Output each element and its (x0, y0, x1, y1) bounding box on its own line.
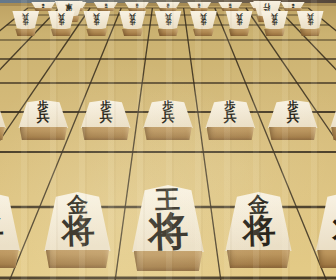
shogi-board-photo: 香車桂馬銀将金将玉将金将銀将桂馬香車飛車角行歩兵歩兵歩兵歩兵歩兵歩兵歩兵歩兵歩兵… (0, 0, 336, 280)
wood-grain-overlay (0, 0, 336, 280)
